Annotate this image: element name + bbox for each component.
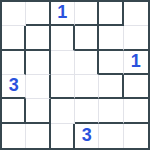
cell-r6c1[interactable] — [2, 124, 26, 148]
cell-r2c3[interactable] — [51, 26, 75, 50]
cell-r2c6[interactable] — [124, 26, 148, 50]
cell-r3c1[interactable] — [2, 51, 26, 75]
cell-r3c4[interactable] — [75, 51, 99, 75]
cell-r3c5[interactable] — [99, 51, 123, 75]
cell-r1c1[interactable] — [2, 2, 26, 26]
cell-r2c1[interactable] — [2, 26, 26, 50]
cell-r4c1[interactable]: 3 — [2, 75, 26, 99]
cell-r5c2[interactable] — [26, 99, 50, 123]
cell-r1c2[interactable] — [26, 2, 50, 26]
clue-digit: 3 — [9, 76, 19, 94]
cell-r4c2[interactable] — [26, 75, 50, 99]
cell-r6c5[interactable] — [99, 124, 123, 148]
cell-r3c2[interactable] — [26, 51, 50, 75]
cell-r2c5[interactable] — [99, 26, 123, 50]
cell-r4c3[interactable] — [51, 75, 75, 99]
cell-r6c4[interactable]: 3 — [75, 124, 99, 148]
cell-r6c2[interactable] — [26, 124, 50, 148]
clue-digit: 1 — [57, 3, 67, 21]
clue-digit: 3 — [82, 126, 92, 144]
cell-r1c3[interactable]: 1 — [51, 2, 75, 26]
cell-r6c6[interactable] — [124, 124, 148, 148]
cell-r5c6[interactable] — [124, 99, 148, 123]
cell-r3c6[interactable]: 1 — [124, 51, 148, 75]
cell-r1c4[interactable] — [75, 2, 99, 26]
cell-r1c5[interactable] — [99, 2, 123, 26]
cell-r5c3[interactable] — [51, 99, 75, 123]
cell-r4c4[interactable] — [75, 75, 99, 99]
cell-r5c1[interactable] — [2, 99, 26, 123]
cell-r5c5[interactable] — [99, 99, 123, 123]
cell-r6c3[interactable] — [51, 124, 75, 148]
cell-r5c4[interactable] — [75, 99, 99, 123]
puzzle-board: 1133 — [0, 0, 150, 150]
cell-r1c6[interactable] — [124, 2, 148, 26]
cell-r2c4[interactable] — [75, 26, 99, 50]
cell-r2c2[interactable] — [26, 26, 50, 50]
clue-digit: 1 — [131, 52, 141, 70]
cell-r4c5[interactable] — [99, 75, 123, 99]
cell-r3c3[interactable] — [51, 51, 75, 75]
cell-r4c6[interactable] — [124, 75, 148, 99]
